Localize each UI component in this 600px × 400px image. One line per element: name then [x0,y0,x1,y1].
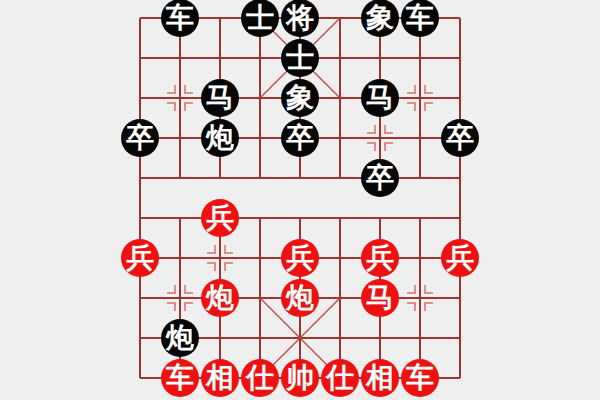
piece-red-soldier[interactable]: 兵 [281,239,319,277]
piece-red-horse[interactable]: 马 [361,279,399,317]
piece-black-horse[interactable]: 马 [201,79,239,117]
piece-black-elephant[interactable]: 象 [281,79,319,117]
piece-black-soldier[interactable]: 卒 [281,119,319,157]
piece-black-soldier[interactable]: 卒 [121,119,159,157]
piece-black-horse[interactable]: 马 [361,79,399,117]
piece-red-cannon[interactable]: 炮 [201,279,239,317]
piece-red-chariot[interactable]: 车 [401,359,439,397]
piece-red-cannon[interactable]: 炮 [281,279,319,317]
piece-black-cannon[interactable]: 炮 [161,319,199,357]
piece-black-soldier[interactable]: 卒 [361,159,399,197]
piece-red-soldier[interactable]: 兵 [441,239,479,277]
piece-red-soldier[interactable]: 兵 [201,199,239,237]
piece-black-chariot[interactable]: 车 [161,0,199,37]
piece-red-elephant[interactable]: 相 [201,359,239,397]
piece-red-elephant[interactable]: 相 [361,359,399,397]
piece-red-soldier[interactable]: 兵 [121,239,159,277]
piece-black-general[interactable]: 将 [281,0,319,37]
piece-black-soldier[interactable]: 卒 [441,119,479,157]
piece-red-advisor[interactable]: 仕 [321,359,359,397]
piece-black-advisor[interactable]: 士 [241,0,279,37]
piece-layer: 车士将象车士马象马卒炮卒卒卒兵兵兵兵兵炮炮马炮车相仕帅仕相车 [0,0,600,400]
piece-black-elephant[interactable]: 象 [361,0,399,37]
piece-red-advisor[interactable]: 仕 [241,359,279,397]
piece-red-chariot[interactable]: 车 [161,359,199,397]
piece-black-cannon[interactable]: 炮 [201,119,239,157]
piece-red-general[interactable]: 帅 [281,359,319,397]
piece-red-soldier[interactable]: 兵 [361,239,399,277]
piece-black-advisor[interactable]: 士 [281,39,319,77]
piece-black-chariot[interactable]: 车 [401,0,439,37]
xiangqi-app: 车士将象车士马象马卒炮卒卒卒兵兵兵兵兵炮炮马炮车相仕帅仕相车 [0,0,600,400]
